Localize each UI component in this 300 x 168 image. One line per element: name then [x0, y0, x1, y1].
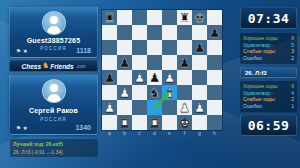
square-b2[interactable]: [117, 100, 132, 115]
square-g8[interactable]: ♚: [192, 10, 207, 25]
current-move-text: 26. Л:f3: [245, 70, 267, 76]
file-labels: abcdefgh: [102, 130, 222, 137]
white-bishop[interactable]: ♝: [162, 85, 177, 100]
square-c7[interactable]: [132, 25, 147, 40]
square-d2[interactable]: [147, 100, 162, 115]
square-d3[interactable]: ♞: [147, 85, 162, 100]
square-c3[interactable]: [132, 85, 147, 100]
square-b5[interactable]: ♟: [117, 55, 132, 70]
square-c2[interactable]: [132, 100, 147, 115]
black-rook[interactable]: ♜: [102, 10, 117, 25]
stat-label: Слабые ходы:: [243, 48, 276, 55]
square-e8[interactable]: [162, 10, 177, 25]
current-move-row[interactable]: 26. Л:f3: [240, 67, 297, 78]
file-label-e: e: [162, 130, 177, 137]
white-rook[interactable]: ♜: [117, 115, 132, 130]
avatar-body: [47, 94, 61, 103]
square-c1[interactable]: [132, 115, 147, 130]
square-c8[interactable]: [132, 10, 147, 25]
file-label-h: h: [207, 130, 222, 137]
square-g3[interactable]: [192, 85, 207, 100]
square-a4[interactable]: ♟: [102, 70, 117, 85]
square-d7[interactable]: [147, 25, 162, 40]
best-move-text: Лучший ход: 26.exf5: [13, 141, 95, 147]
stat-value: 3: [291, 48, 294, 55]
stat-value: 9: [291, 83, 294, 90]
square-b1[interactable]: ♜: [117, 115, 132, 130]
player-rating-bottom: 1340: [75, 124, 91, 131]
stat-value: 4: [291, 90, 294, 97]
chessfriends-logo[interactable]: Chess ♞ Friends .com: [9, 60, 98, 72]
square-d5[interactable]: [147, 55, 162, 70]
white-pawn[interactable]: ♟: [102, 100, 117, 115]
stat-row: Слабые ходы:2: [243, 96, 294, 103]
player-card-top: Guest38857265 РОССИЯ ⚑ ★ 1118: [9, 6, 98, 58]
stat-label: Ошибки:: [243, 55, 263, 62]
avatar: [42, 79, 66, 103]
square-c5[interactable]: [132, 55, 147, 70]
clock-bottom-time: 06:59: [248, 118, 290, 133]
square-a1[interactable]: [102, 115, 117, 130]
square-g5[interactable]: [192, 55, 207, 70]
square-a2[interactable]: ♟: [102, 100, 117, 115]
square-c6[interactable]: [132, 40, 147, 55]
stat-value: 2: [291, 55, 294, 62]
player-country-bottom: РОССИЯ: [10, 117, 97, 122]
black-king[interactable]: ♚: [192, 10, 207, 25]
stat-row: Хорошие ходы:8: [243, 35, 294, 42]
square-c4[interactable]: ♟: [132, 70, 147, 85]
stat-row: Удовлетвор.:5: [243, 42, 294, 49]
stat-value: 8: [291, 35, 294, 42]
square-f3[interactable]: [177, 85, 192, 100]
square-h5[interactable]: [207, 55, 222, 70]
stats-panel-top: Хорошие ходы:8Удовлетвор.:5Слабые ходы:3…: [240, 33, 297, 64]
avatar-body: [47, 26, 61, 35]
black-pawn[interactable]: ♟: [177, 55, 192, 70]
square-a6[interactable]: [102, 40, 117, 55]
square-a3[interactable]: [102, 85, 117, 100]
analysis-panel: Лучший ход: 26.exf5 26. Л:f3 (-0.91→-1.3…: [10, 139, 98, 157]
square-f8[interactable]: ♜: [177, 10, 192, 25]
player-badges-icon: ⚑ ★: [16, 48, 28, 54]
square-d4[interactable]: ♟: [147, 70, 162, 85]
square-a5[interactable]: [102, 55, 117, 70]
knight-logo-icon: ♞: [42, 62, 49, 70]
logo-text-friends: Friends: [50, 63, 73, 70]
black-rook[interactable]: ♜: [177, 10, 192, 25]
square-e5[interactable]: [162, 55, 177, 70]
square-f5[interactable]: ♟: [177, 55, 192, 70]
square-h2[interactable]: [207, 100, 222, 115]
square-h8[interactable]: [207, 10, 222, 25]
white-pawn[interactable]: ♟: [162, 70, 177, 85]
black-pawn[interactable]: ♟: [192, 40, 207, 55]
player-rating-top: 1118: [76, 47, 91, 54]
stat-label: Удовлетвор.:: [243, 90, 273, 97]
black-pawn[interactable]: ♟: [117, 55, 132, 70]
avatar-head: [50, 16, 58, 24]
stats-panel-bottom: Хорошие ходы:9Удовлетвор.:4Слабые ходы:2…: [240, 81, 297, 112]
white-king[interactable]: ♚: [177, 115, 192, 130]
square-b6[interactable]: [117, 40, 132, 55]
square-h1[interactable]: [207, 115, 222, 130]
square-h3[interactable]: [207, 85, 222, 100]
file-label-g: g: [192, 130, 207, 137]
white-pawn[interactable]: ♟: [177, 100, 192, 115]
stat-row: Удовлетвор.:4: [243, 90, 294, 97]
square-d6[interactable]: [147, 40, 162, 55]
file-label-a: a: [102, 130, 117, 137]
game-screen: Guest38857265 РОССИЯ ⚑ ★ 1118 Chess ♞ Fr…: [0, 0, 300, 168]
square-f7[interactable]: [177, 25, 192, 40]
square-e3[interactable]: ♝: [162, 85, 177, 100]
stat-row: Слабые ходы:3: [243, 48, 294, 55]
black-pawn[interactable]: ♟: [147, 70, 162, 85]
avatar-head: [50, 84, 58, 92]
square-b4[interactable]: [117, 70, 132, 85]
square-f1[interactable]: ♚: [177, 115, 192, 130]
square-f6[interactable]: [177, 40, 192, 55]
stat-label: Слабые ходы:: [243, 96, 276, 103]
stat-label: Удовлетвор.:: [243, 42, 273, 49]
square-f4[interactable]: [177, 70, 192, 85]
square-b7[interactable]: [117, 25, 132, 40]
player-badges-icon: ⚑ ★: [16, 125, 28, 131]
avatar: [42, 11, 66, 35]
stat-row: Ошибки:2: [243, 55, 294, 62]
black-pawn[interactable]: ♟: [102, 70, 117, 85]
clock-bottom: 06:59: [240, 114, 297, 136]
stat-row: Ошибки:1: [243, 103, 294, 110]
player-name-bottom: Сергей Раков: [10, 107, 97, 114]
stat-value: 1: [291, 103, 294, 110]
stat-label: Хорошие ходы:: [243, 83, 279, 90]
stat-value: 5: [291, 42, 294, 49]
square-a8[interactable]: ♜: [102, 10, 117, 25]
file-label-b: b: [117, 130, 132, 137]
square-e1[interactable]: [162, 115, 177, 130]
file-label-f: f: [177, 130, 192, 137]
square-a7[interactable]: [102, 25, 117, 40]
square-d1[interactable]: ♜: [147, 115, 162, 130]
square-f2[interactable]: ♟: [177, 100, 192, 115]
square-h6[interactable]: [207, 40, 222, 55]
player-name-top: Guest38857265: [10, 37, 97, 44]
white-pawn[interactable]: ♟: [117, 85, 132, 100]
square-g1[interactable]: [192, 115, 207, 130]
chess-board[interactable]: ♜♜♚♟♟♟♟♟♟♟♟♟♞♝♟♟♟♜♜♚: [102, 10, 222, 130]
stat-value: 2: [291, 96, 294, 103]
square-e6[interactable]: [162, 40, 177, 55]
black-knight[interactable]: ♞: [147, 85, 162, 100]
white-rook[interactable]: ♜: [147, 115, 162, 130]
stat-label: Ошибки:: [243, 103, 263, 110]
stat-row: Хорошие ходы:9: [243, 83, 294, 90]
square-d8[interactable]: [147, 10, 162, 25]
square-h4[interactable]: [207, 70, 222, 85]
square-h7[interactable]: ♟: [207, 25, 222, 40]
logo-text-com: .com: [76, 64, 86, 69]
white-pawn[interactable]: ♟: [132, 70, 147, 85]
black-pawn[interactable]: ♟: [207, 25, 222, 40]
square-b8[interactable]: [117, 10, 132, 25]
clock-top: 07:34: [240, 7, 297, 29]
square-g6[interactable]: ♟: [192, 40, 207, 55]
file-label-c: c: [132, 130, 147, 137]
played-move-text: 26. Л:f3 (-0.91→-1.34): [13, 149, 95, 155]
file-label-d: d: [147, 130, 162, 137]
square-g4[interactable]: [192, 70, 207, 85]
square-b3[interactable]: ♟: [117, 85, 132, 100]
clock-top-time: 07:34: [248, 11, 290, 26]
square-g7[interactable]: [192, 25, 207, 40]
logo-text-chess: Chess: [22, 63, 42, 70]
square-e7[interactable]: [162, 25, 177, 40]
white-pawn[interactable]: ♟: [192, 100, 207, 115]
square-e4[interactable]: ♟: [162, 70, 177, 85]
square-g2[interactable]: ♟: [192, 100, 207, 115]
stat-label: Хорошие ходы:: [243, 35, 279, 42]
square-e2[interactable]: [162, 100, 177, 115]
player-card-bottom: Сергей Раков РОССИЯ ⚑ ★ 1340: [9, 74, 98, 135]
